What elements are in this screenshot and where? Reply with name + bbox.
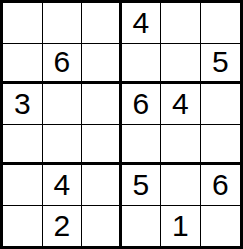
cell-r5c3[interactable]: [82, 165, 122, 206]
cell-r6c2[interactable]: 2: [43, 206, 83, 247]
cell-r3c3[interactable]: [82, 84, 122, 125]
cell-r1c6[interactable]: [201, 3, 241, 44]
cell-r3c2[interactable]: [43, 84, 83, 125]
cell-r4c5[interactable]: [161, 125, 201, 166]
cell-r5c5[interactable]: [161, 165, 201, 206]
cell-r5c1[interactable]: [3, 165, 43, 206]
cell-r3c1[interactable]: 3: [3, 84, 43, 125]
cell-r5c2[interactable]: 4: [43, 165, 83, 206]
cell-r6c3[interactable]: [82, 206, 122, 247]
cell-r2c6[interactable]: 5: [201, 44, 241, 85]
cell-r6c1[interactable]: [3, 206, 43, 247]
cell-r6c6[interactable]: [201, 206, 241, 247]
cell-r4c1[interactable]: [3, 125, 43, 166]
cell-r1c4[interactable]: 4: [122, 3, 162, 44]
cell-r1c3[interactable]: [82, 3, 122, 44]
sudoku-board: 46536445621: [0, 0, 243, 249]
cell-r3c5[interactable]: 4: [161, 84, 201, 125]
cell-r2c5[interactable]: [161, 44, 201, 85]
cell-r4c6[interactable]: [201, 125, 241, 166]
cell-r1c5[interactable]: [161, 3, 201, 44]
cell-r3c6[interactable]: [201, 84, 241, 125]
cell-r4c3[interactable]: [82, 125, 122, 166]
cell-r5c4[interactable]: 5: [122, 165, 162, 206]
cell-r5c6[interactable]: 6: [201, 165, 241, 206]
cell-r2c2[interactable]: 6: [43, 44, 83, 85]
cell-r4c2[interactable]: [43, 125, 83, 166]
cell-r1c1[interactable]: [3, 3, 43, 44]
cell-r2c4[interactable]: [122, 44, 162, 85]
cell-r6c5[interactable]: 1: [161, 206, 201, 247]
cell-r2c1[interactable]: [3, 44, 43, 85]
cell-r6c4[interactable]: [122, 206, 162, 247]
cell-r2c3[interactable]: [82, 44, 122, 85]
cell-r4c4[interactable]: [122, 125, 162, 166]
cell-r3c4[interactable]: 6: [122, 84, 162, 125]
cell-r1c2[interactable]: [43, 3, 83, 44]
